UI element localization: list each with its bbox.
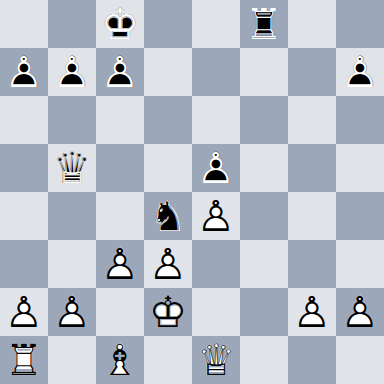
square-a4[interactable] bbox=[0, 192, 48, 240]
square-e6[interactable] bbox=[192, 96, 240, 144]
piece-black-pawn[interactable]: ♟♙ bbox=[48, 48, 96, 96]
square-f6[interactable] bbox=[240, 96, 288, 144]
piece-white-pawn[interactable]: ♟♙ bbox=[0, 288, 48, 336]
square-d4[interactable]: ♞♘ bbox=[144, 192, 192, 240]
square-c7[interactable]: ♟♙ bbox=[96, 48, 144, 96]
square-f3[interactable] bbox=[240, 240, 288, 288]
square-f7[interactable] bbox=[240, 48, 288, 96]
square-e5[interactable]: ♟♙ bbox=[192, 144, 240, 192]
black-knight-outline-glyph: ♘ bbox=[144, 192, 192, 240]
square-a3[interactable] bbox=[0, 240, 48, 288]
square-f1[interactable] bbox=[240, 336, 288, 384]
square-h7[interactable]: ♟♙ bbox=[336, 48, 384, 96]
square-h5[interactable] bbox=[336, 144, 384, 192]
square-e3[interactable] bbox=[192, 240, 240, 288]
piece-black-pawn[interactable]: ♟♙ bbox=[336, 48, 384, 96]
white-pawn-outline-glyph: ♙ bbox=[192, 192, 240, 240]
square-c4[interactable] bbox=[96, 192, 144, 240]
square-g4[interactable] bbox=[288, 192, 336, 240]
square-e8[interactable] bbox=[192, 0, 240, 48]
square-c1[interactable]: ♝♗ bbox=[96, 336, 144, 384]
square-a5[interactable] bbox=[0, 144, 48, 192]
black-pawn-outline-glyph: ♙ bbox=[192, 144, 240, 192]
square-a1[interactable]: ♜♖ bbox=[0, 336, 48, 384]
chess-board: ♚♔♜♖♟♙♟♙♟♙♟♙♛♕♟♙♞♘♟♙♟♙♟♙♟♙♟♙♚♔♟♙♟♙♜♖♝♗♛♕ bbox=[0, 0, 384, 384]
black-pawn-outline-glyph: ♙ bbox=[0, 48, 48, 96]
black-pawn-outline-glyph: ♙ bbox=[96, 48, 144, 96]
square-h2[interactable]: ♟♙ bbox=[336, 288, 384, 336]
square-g2[interactable]: ♟♙ bbox=[288, 288, 336, 336]
square-f5[interactable] bbox=[240, 144, 288, 192]
piece-white-queen[interactable]: ♛♕ bbox=[192, 336, 240, 384]
square-d8[interactable] bbox=[144, 0, 192, 48]
piece-white-king[interactable]: ♚♔ bbox=[144, 288, 192, 336]
square-d3[interactable]: ♟♙ bbox=[144, 240, 192, 288]
piece-black-pawn[interactable]: ♟♙ bbox=[96, 48, 144, 96]
white-pawn-outline-glyph: ♙ bbox=[288, 288, 336, 336]
square-b8[interactable] bbox=[48, 0, 96, 48]
square-f2[interactable] bbox=[240, 288, 288, 336]
white-rook-outline-glyph: ♖ bbox=[0, 336, 48, 384]
square-f8[interactable]: ♜♖ bbox=[240, 0, 288, 48]
piece-white-pawn[interactable]: ♟♙ bbox=[48, 288, 96, 336]
piece-white-pawn[interactable]: ♟♙ bbox=[288, 288, 336, 336]
square-g8[interactable] bbox=[288, 0, 336, 48]
square-b2[interactable]: ♟♙ bbox=[48, 288, 96, 336]
square-a7[interactable]: ♟♙ bbox=[0, 48, 48, 96]
square-b6[interactable] bbox=[48, 96, 96, 144]
square-h6[interactable] bbox=[336, 96, 384, 144]
square-g6[interactable] bbox=[288, 96, 336, 144]
square-c6[interactable] bbox=[96, 96, 144, 144]
square-c3[interactable]: ♟♙ bbox=[96, 240, 144, 288]
white-pawn-outline-glyph: ♙ bbox=[48, 288, 96, 336]
piece-white-bishop[interactable]: ♝♗ bbox=[96, 336, 144, 384]
piece-white-rook[interactable]: ♜♖ bbox=[0, 336, 48, 384]
white-king-outline-glyph: ♔ bbox=[144, 288, 192, 336]
square-b1[interactable] bbox=[48, 336, 96, 384]
square-e2[interactable] bbox=[192, 288, 240, 336]
piece-white-pawn[interactable]: ♟♙ bbox=[192, 192, 240, 240]
square-b3[interactable] bbox=[48, 240, 96, 288]
square-c8[interactable]: ♚♔ bbox=[96, 0, 144, 48]
black-pawn-outline-glyph: ♙ bbox=[336, 48, 384, 96]
piece-black-king[interactable]: ♚♔ bbox=[96, 0, 144, 48]
square-a2[interactable]: ♟♙ bbox=[0, 288, 48, 336]
piece-black-rook[interactable]: ♜♖ bbox=[240, 0, 288, 48]
white-bishop-outline-glyph: ♗ bbox=[96, 336, 144, 384]
square-b4[interactable] bbox=[48, 192, 96, 240]
piece-black-pawn[interactable]: ♟♙ bbox=[0, 48, 48, 96]
square-f4[interactable] bbox=[240, 192, 288, 240]
square-e7[interactable] bbox=[192, 48, 240, 96]
square-d5[interactable] bbox=[144, 144, 192, 192]
square-b5[interactable]: ♛♕ bbox=[48, 144, 96, 192]
square-e4[interactable]: ♟♙ bbox=[192, 192, 240, 240]
square-c5[interactable] bbox=[96, 144, 144, 192]
square-b7[interactable]: ♟♙ bbox=[48, 48, 96, 96]
square-h3[interactable] bbox=[336, 240, 384, 288]
square-c2[interactable] bbox=[96, 288, 144, 336]
square-a6[interactable] bbox=[0, 96, 48, 144]
square-g7[interactable] bbox=[288, 48, 336, 96]
square-g1[interactable] bbox=[288, 336, 336, 384]
piece-black-pawn[interactable]: ♟♙ bbox=[192, 144, 240, 192]
square-h4[interactable] bbox=[336, 192, 384, 240]
white-pawn-outline-glyph: ♙ bbox=[0, 288, 48, 336]
piece-black-knight[interactable]: ♞♘ bbox=[144, 192, 192, 240]
white-queen-outline-glyph: ♕ bbox=[192, 336, 240, 384]
square-d6[interactable] bbox=[144, 96, 192, 144]
white-pawn-outline-glyph: ♙ bbox=[336, 288, 384, 336]
white-pawn-outline-glyph: ♙ bbox=[144, 240, 192, 288]
square-d2[interactable]: ♚♔ bbox=[144, 288, 192, 336]
square-g5[interactable] bbox=[288, 144, 336, 192]
square-g3[interactable] bbox=[288, 240, 336, 288]
piece-white-pawn[interactable]: ♟♙ bbox=[144, 240, 192, 288]
black-king-outline-glyph: ♔ bbox=[96, 0, 144, 48]
square-h1[interactable] bbox=[336, 336, 384, 384]
square-h8[interactable] bbox=[336, 0, 384, 48]
square-e1[interactable]: ♛♕ bbox=[192, 336, 240, 384]
square-d7[interactable] bbox=[144, 48, 192, 96]
black-pawn-outline-glyph: ♙ bbox=[48, 48, 96, 96]
piece-white-pawn[interactable]: ♟♙ bbox=[336, 288, 384, 336]
square-d1[interactable] bbox=[144, 336, 192, 384]
black-rook-outline-glyph: ♖ bbox=[240, 0, 288, 48]
piece-black-queen[interactable]: ♛♕ bbox=[48, 144, 96, 192]
piece-white-pawn[interactable]: ♟♙ bbox=[96, 240, 144, 288]
square-a8[interactable] bbox=[0, 0, 48, 48]
black-queen-outline-glyph: ♕ bbox=[48, 144, 96, 192]
white-pawn-outline-glyph: ♙ bbox=[96, 240, 144, 288]
